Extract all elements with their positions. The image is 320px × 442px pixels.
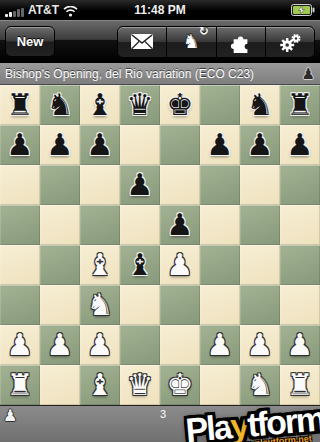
square-d8[interactable]: ♛ xyxy=(120,85,160,125)
square-e3[interactable] xyxy=(160,285,200,325)
square-h3[interactable] xyxy=(280,285,320,325)
square-a5[interactable] xyxy=(0,205,40,245)
bottom-bar: ♟ 3 xyxy=(0,405,320,442)
square-a8[interactable]: ♜ xyxy=(0,85,40,125)
square-e2[interactable] xyxy=(160,325,200,365)
square-d7[interactable] xyxy=(120,125,160,165)
mail-icon xyxy=(130,33,154,50)
square-c8[interactable]: ♝ xyxy=(80,85,120,125)
clock: 11:48 PM xyxy=(0,3,320,17)
white-pawn: ♟ xyxy=(207,330,234,360)
black-rook: ♜ xyxy=(287,90,314,120)
square-a7[interactable]: ♟ xyxy=(0,125,40,165)
square-a2[interactable]: ♟ xyxy=(0,325,40,365)
square-c3[interactable]: ♞ xyxy=(80,285,120,325)
white-pawn: ♟ xyxy=(247,330,274,360)
black-pawn: ♟ xyxy=(167,210,194,240)
square-d5[interactable] xyxy=(120,205,160,245)
black-knight: ♞ xyxy=(247,90,274,120)
square-e4[interactable]: ♟ xyxy=(160,245,200,285)
square-b8[interactable]: ♞ xyxy=(40,85,80,125)
status-bar: AT&T 11:48 PM xyxy=(0,0,320,20)
square-d4[interactable]: ♝ xyxy=(120,245,160,285)
puzzle-button[interactable] xyxy=(217,27,266,57)
square-e1[interactable]: ♚ xyxy=(160,365,200,405)
white-pawn: ♟ xyxy=(47,330,74,360)
black-pawn: ♟ xyxy=(247,130,274,160)
white-bishop: ♝ xyxy=(87,370,114,400)
knight-move-icon: ♞↻ xyxy=(183,32,200,51)
white-pawn: ♟ xyxy=(287,330,314,360)
square-f8[interactable] xyxy=(200,85,240,125)
square-e6[interactable] xyxy=(160,165,200,205)
square-e8[interactable]: ♚ xyxy=(160,85,200,125)
square-a3[interactable] xyxy=(0,285,40,325)
black-bishop: ♝ xyxy=(87,90,114,120)
square-h7[interactable]: ♟ xyxy=(280,125,320,165)
square-b1[interactable] xyxy=(40,365,80,405)
square-f2[interactable]: ♟ xyxy=(200,325,240,365)
white-pawn: ♟ xyxy=(7,330,34,360)
square-a1[interactable]: ♜ xyxy=(0,365,40,405)
square-g7[interactable]: ♟ xyxy=(240,125,280,165)
black-pawn: ♟ xyxy=(207,130,234,160)
square-h4[interactable] xyxy=(280,245,320,285)
square-e7[interactable] xyxy=(160,125,200,165)
battery-icon xyxy=(291,4,315,16)
new-game-button[interactable]: New xyxy=(5,26,55,57)
puzzle-icon xyxy=(230,31,252,53)
square-b5[interactable] xyxy=(40,205,80,245)
black-king: ♚ xyxy=(167,90,194,120)
square-c1[interactable]: ♝ xyxy=(80,365,120,405)
square-d1[interactable]: ♛ xyxy=(120,365,160,405)
opening-title-bar: Bishop's Opening, del Rio variation (ECO… xyxy=(0,62,320,85)
white-pawn-icon: ♟ xyxy=(3,408,17,424)
white-queen: ♛ xyxy=(127,370,154,400)
square-h8[interactable]: ♜ xyxy=(280,85,320,125)
square-a6[interactable] xyxy=(0,165,40,205)
gear-icon xyxy=(278,31,302,53)
square-f6[interactable] xyxy=(200,165,240,205)
black-pawn-icon: ♟ xyxy=(302,66,315,81)
square-c6[interactable] xyxy=(80,165,120,205)
square-f4[interactable] xyxy=(200,245,240,285)
square-b3[interactable] xyxy=(40,285,80,325)
black-pawn: ♟ xyxy=(127,170,154,200)
white-pawn: ♟ xyxy=(167,250,194,280)
square-g8[interactable]: ♞ xyxy=(240,85,280,125)
square-a4[interactable] xyxy=(0,245,40,285)
square-g2[interactable]: ♟ xyxy=(240,325,280,365)
square-d6[interactable]: ♟ xyxy=(120,165,160,205)
move-text: 3 xyxy=(160,408,166,420)
black-bishop: ♝ xyxy=(127,250,154,280)
toolbar-segmented-control: ♞↻ xyxy=(117,26,315,58)
square-c2[interactable]: ♟ xyxy=(80,325,120,365)
square-b7[interactable]: ♟ xyxy=(40,125,80,165)
square-b2[interactable]: ♟ xyxy=(40,325,80,365)
black-pawn: ♟ xyxy=(47,130,74,160)
white-knight: ♞ xyxy=(247,370,274,400)
black-rook: ♜ xyxy=(7,90,34,120)
square-b4[interactable] xyxy=(40,245,80,285)
opening-name: Bishop's Opening, del Rio variation (ECO… xyxy=(5,67,254,81)
square-e5[interactable]: ♟ xyxy=(160,205,200,245)
square-c4[interactable]: ♝ xyxy=(80,245,120,285)
mail-button[interactable] xyxy=(118,27,167,57)
square-g1[interactable]: ♞ xyxy=(240,365,280,405)
square-h2[interactable]: ♟ xyxy=(280,325,320,365)
toolbar: New ♞↻ xyxy=(0,20,320,62)
white-rook: ♜ xyxy=(7,370,34,400)
black-queen: ♛ xyxy=(127,90,154,120)
settings-button[interactable] xyxy=(266,27,314,57)
square-d3[interactable] xyxy=(120,285,160,325)
square-c7[interactable]: ♟ xyxy=(80,125,120,165)
square-h1[interactable]: ♜ xyxy=(280,365,320,405)
make-move-button[interactable]: ♞↻ xyxy=(167,27,216,57)
square-c5[interactable] xyxy=(80,205,120,245)
black-pawn: ♟ xyxy=(87,130,114,160)
square-h6[interactable] xyxy=(280,165,320,205)
square-g3[interactable] xyxy=(240,285,280,325)
white-bishop: ♝ xyxy=(87,250,114,280)
square-b6[interactable] xyxy=(40,165,80,205)
white-king: ♚ xyxy=(167,370,194,400)
square-d2[interactable] xyxy=(120,325,160,365)
square-g4[interactable] xyxy=(240,245,280,285)
white-rook: ♜ xyxy=(287,370,314,400)
black-knight: ♞ xyxy=(47,90,74,120)
white-pawn: ♟ xyxy=(87,330,114,360)
black-pawn: ♟ xyxy=(287,130,314,160)
square-h5[interactable] xyxy=(280,205,320,245)
white-knight: ♞ xyxy=(87,290,114,320)
square-f5[interactable] xyxy=(200,205,240,245)
square-f7[interactable]: ♟ xyxy=(200,125,240,165)
square-f3[interactable] xyxy=(200,285,240,325)
square-g5[interactable] xyxy=(240,205,280,245)
chess-board: ♜♞♝♛♚♞♜♟♟♟♟♟♟♟♟♝♝♟♞♟♟♟♟♟♟♜♝♛♚♞♜ xyxy=(0,85,320,405)
black-pawn: ♟ xyxy=(7,130,34,160)
square-f1[interactable] xyxy=(200,365,240,405)
square-g6[interactable] xyxy=(240,165,280,205)
